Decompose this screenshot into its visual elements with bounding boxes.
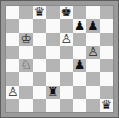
square-d6[interactable] <box>46 33 59 46</box>
square-g6[interactable] <box>86 33 99 46</box>
square-h5[interactable] <box>100 46 113 59</box>
square-e5[interactable] <box>60 46 73 59</box>
square-e3[interactable] <box>60 72 73 85</box>
square-b5[interactable] <box>19 46 32 59</box>
square-a7[interactable] <box>6 19 19 32</box>
black-pawn-icon: ♟ <box>74 59 85 71</box>
square-d1[interactable] <box>46 99 59 112</box>
white-pawn-icon: ♙ <box>7 86 18 98</box>
square-b2[interactable] <box>19 86 32 99</box>
square-b8[interactable] <box>19 6 32 19</box>
square-b3[interactable] <box>19 72 32 85</box>
square-a6[interactable] <box>6 33 19 46</box>
square-a8[interactable] <box>6 6 19 19</box>
square-b6[interactable]: ♔ <box>19 33 32 46</box>
square-e4[interactable] <box>60 59 73 72</box>
square-b7[interactable] <box>19 19 32 32</box>
square-f1[interactable] <box>73 99 86 112</box>
square-d2[interactable]: ♜ <box>46 86 59 99</box>
square-g1[interactable] <box>86 99 99 112</box>
black-king-icon: ♚ <box>61 6 72 18</box>
square-f5[interactable] <box>73 46 86 59</box>
square-b1[interactable] <box>19 99 32 112</box>
square-d7[interactable] <box>46 19 59 32</box>
square-f6[interactable] <box>73 33 86 46</box>
square-g2[interactable] <box>86 86 99 99</box>
black-queen-icon: ♛ <box>34 6 45 18</box>
square-f7[interactable]: ♟ <box>73 19 86 32</box>
square-h3[interactable] <box>100 72 113 85</box>
square-c2[interactable] <box>33 86 46 99</box>
square-a1[interactable] <box>6 99 19 112</box>
square-a2[interactable]: ♙ <box>6 86 19 99</box>
black-pawn-icon: ♟ <box>74 19 85 31</box>
square-c4[interactable] <box>33 59 46 72</box>
square-h6[interactable] <box>100 33 113 46</box>
square-c6[interactable] <box>33 33 46 46</box>
square-f8[interactable] <box>73 6 86 19</box>
square-d3[interactable] <box>46 72 59 85</box>
chess-board: ♛♚♟♟♔♙♙♘♟♙♜♛ <box>5 5 114 113</box>
square-e7[interactable] <box>60 19 73 32</box>
square-a5[interactable] <box>6 46 19 59</box>
square-f2[interactable] <box>73 86 86 99</box>
square-c5[interactable] <box>33 46 46 59</box>
square-b4[interactable]: ♘ <box>19 59 32 72</box>
square-g7[interactable]: ♟ <box>86 19 99 32</box>
square-g8[interactable] <box>86 6 99 19</box>
white-pawn-icon: ♙ <box>61 33 72 45</box>
square-a3[interactable] <box>6 72 19 85</box>
square-h2[interactable] <box>100 86 113 99</box>
black-rook-icon: ♜ <box>47 86 58 98</box>
square-e2[interactable] <box>60 86 73 99</box>
square-a4[interactable] <box>6 59 19 72</box>
square-d5[interactable] <box>46 46 59 59</box>
square-g5[interactable]: ♙ <box>86 46 99 59</box>
square-e1[interactable] <box>60 99 73 112</box>
white-pawn-icon: ♙ <box>87 46 98 58</box>
square-c7[interactable] <box>33 19 46 32</box>
square-f3[interactable] <box>73 72 86 85</box>
square-g3[interactable] <box>86 72 99 85</box>
square-f4[interactable]: ♟ <box>73 59 86 72</box>
white-knight-icon: ♘ <box>20 59 31 71</box>
square-h4[interactable] <box>100 59 113 72</box>
square-h1[interactable]: ♛ <box>100 99 113 112</box>
square-g4[interactable] <box>86 59 99 72</box>
square-d8[interactable] <box>46 6 59 19</box>
square-d4[interactable] <box>46 59 59 72</box>
chess-board-frame: ♛♚♟♟♔♙♙♘♟♙♜♛ <box>0 0 119 118</box>
white-king-icon: ♔ <box>20 33 31 45</box>
square-c3[interactable] <box>33 72 46 85</box>
black-queen-icon: ♛ <box>101 99 112 111</box>
square-e6[interactable]: ♙ <box>60 33 73 46</box>
square-e8[interactable]: ♚ <box>60 6 73 19</box>
square-c8[interactable]: ♛ <box>33 6 46 19</box>
square-c1[interactable] <box>33 99 46 112</box>
square-h8[interactable] <box>100 6 113 19</box>
square-h7[interactable] <box>100 19 113 32</box>
black-pawn-icon: ♟ <box>87 19 98 31</box>
